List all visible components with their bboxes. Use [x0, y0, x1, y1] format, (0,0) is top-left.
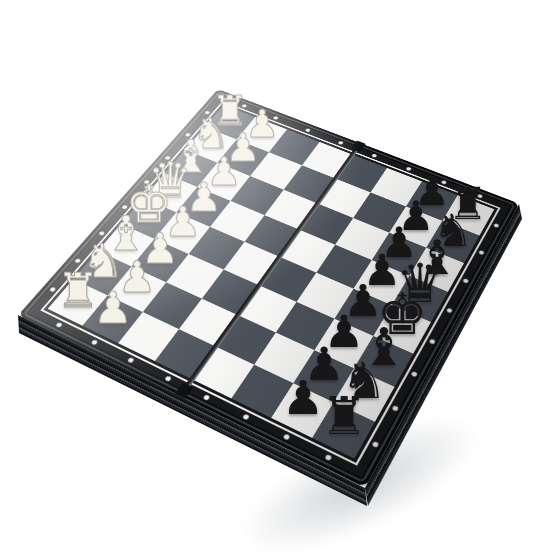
frame-stud-icon — [55, 322, 62, 328]
frame-stud-icon — [90, 339, 98, 345]
frame-stud-icon — [242, 413, 250, 420]
frame-stud-icon — [127, 357, 135, 363]
frame-stud-icon — [324, 454, 332, 461]
frame-stud-icon — [143, 180, 150, 185]
frame-stud-icon — [371, 441, 379, 448]
frame-stud-icon — [74, 258, 81, 263]
frame-stud-icon — [478, 250, 485, 255]
chess-set-photo: ♜♞♝♛♚♝♞♜♟♟♟♟♟♟♟♟♟♟♟♟♟♟♟♟♜♞♝♛♚♝♞♜ — [0, 0, 554, 554]
frame-stud-icon — [202, 394, 210, 401]
frame-stud-icon — [164, 156, 170, 160]
board-grid — [48, 105, 495, 458]
frame-stud-icon — [98, 231, 105, 236]
frame-stud-icon — [241, 104, 247, 108]
frame-stud-icon — [204, 111, 210, 115]
frame-stud-icon — [391, 406, 398, 413]
frame-stud-icon — [405, 166, 411, 171]
frame-stud-icon — [185, 133, 191, 137]
frame-stud-icon — [440, 180, 446, 185]
frame-stud-icon — [371, 153, 377, 157]
frame-stud-icon — [49, 287, 56, 293]
frame-stud-icon — [462, 278, 469, 283]
frame-stud-icon — [272, 116, 278, 120]
hinge-icon — [174, 383, 193, 401]
frame-stud-icon — [476, 194, 482, 199]
frame-stud-icon — [428, 339, 435, 345]
frame-stud-icon — [446, 308, 453, 314]
frame-stud-icon — [493, 223, 499, 228]
chess-board — [18, 89, 519, 488]
frame-stud-icon — [337, 141, 343, 145]
frame-stud-icon — [410, 371, 417, 377]
frame-stud-icon — [304, 128, 310, 132]
frame-stud-icon — [164, 375, 172, 381]
frame-stud-icon — [282, 433, 290, 440]
frame-stud-icon — [121, 205, 128, 210]
